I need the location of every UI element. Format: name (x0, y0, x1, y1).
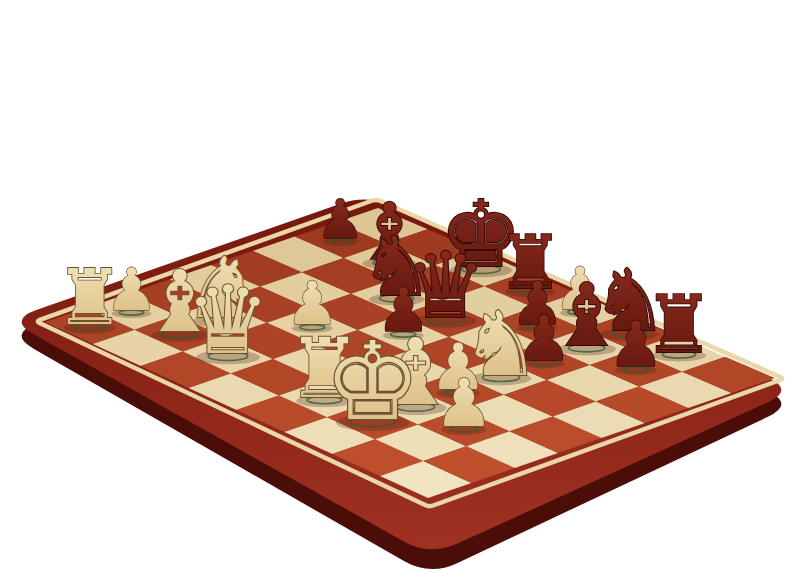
chess-board: ♟♝♚♜♞♟♟♛♞♟♜♟♞♟♝♝♜♛♟♟♞♟♜♝♚♟ (0, 0, 800, 578)
piece-white-rook-a1[interactable]: ♜ (55, 253, 124, 342)
white-queen-glyph: ♛ (186, 266, 270, 375)
white-pawn-glyph: ♟ (434, 365, 493, 442)
red-pawn-glyph: ♟ (608, 308, 664, 381)
white-king-glyph: ♚ (324, 319, 421, 445)
piece-red-pawn-g7[interactable]: ♟ (608, 308, 664, 381)
piece-white-pawn-g3[interactable]: ♟ (434, 365, 493, 442)
piece-white-king-f2[interactable]: ♚ (324, 319, 421, 445)
piece-white-queen-c2[interactable]: ♛ (186, 266, 270, 375)
white-rook-glyph: ♜ (55, 253, 124, 342)
chess-set-photo: ♟♝♚♜♞♟♟♛♞♟♜♟♞♟♝♝♜♛♟♟♞♟♜♝♚♟ (0, 0, 800, 578)
